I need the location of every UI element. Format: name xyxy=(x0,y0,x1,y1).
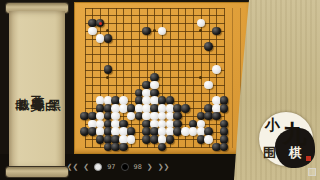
last-move-marker xyxy=(99,22,102,25)
forward-button[interactable]: ❯❯ xyxy=(158,164,170,171)
black-player-rank: 八段 xyxy=(15,89,30,91)
black-move-count: 98 xyxy=(134,164,142,171)
white-stone[interactable] xyxy=(197,19,206,28)
logo-char-qi: 棋 xyxy=(289,144,302,162)
margin-deco-line xyxy=(232,8,233,149)
black-stone[interactable] xyxy=(142,27,151,36)
black-stone[interactable] xyxy=(220,104,229,113)
scroll-body: 白 王星昊 七段 黑 李昌锡 八段 xyxy=(9,11,65,169)
next-move-button[interactable]: ❯ xyxy=(147,164,153,171)
app-logo: 小 九 围 棋 xyxy=(259,112,315,168)
black-player-info: 黑 李昌锡 八段 xyxy=(15,19,62,161)
white-stone[interactable] xyxy=(212,65,221,74)
rewind-button[interactable]: ❮❮ xyxy=(67,164,79,171)
black-stone[interactable] xyxy=(212,112,221,121)
white-stone[interactable] xyxy=(204,81,213,90)
black-stone[interactable] xyxy=(220,143,229,152)
logo-char-wei: 围 xyxy=(263,144,276,162)
logo-char-xiao: 小 xyxy=(265,116,280,135)
fullscreen-icon[interactable] xyxy=(308,168,316,176)
white-stone[interactable] xyxy=(88,27,97,36)
white-stone[interactable] xyxy=(204,135,213,144)
black-stone[interactable] xyxy=(104,65,113,74)
black-stone[interactable] xyxy=(158,143,167,152)
white-stone-icon xyxy=(94,163,102,171)
player-info-scroll: 白 王星昊 七段 黑 李昌锡 八段 xyxy=(6,3,68,177)
star-point xyxy=(153,29,156,32)
white-stone[interactable] xyxy=(127,135,136,144)
black-stone[interactable] xyxy=(181,104,190,113)
black-stone[interactable] xyxy=(212,27,221,36)
logo-red-seal xyxy=(306,156,311,161)
black-stone[interactable] xyxy=(104,34,113,43)
go-board[interactable] xyxy=(74,2,252,154)
black-stone[interactable] xyxy=(119,143,128,152)
black-stone[interactable] xyxy=(166,135,175,144)
scroll-bottom-roll xyxy=(6,167,68,177)
white-stone[interactable] xyxy=(158,27,167,36)
star-point xyxy=(199,76,202,79)
black-player-name: 李昌锡 xyxy=(30,87,45,93)
star-point xyxy=(106,76,109,79)
black-stone-icon xyxy=(121,163,129,171)
prev-move-button[interactable]: ❮ xyxy=(83,164,89,171)
white-move-count: 97 xyxy=(107,164,115,171)
black-stone[interactable] xyxy=(204,42,213,51)
